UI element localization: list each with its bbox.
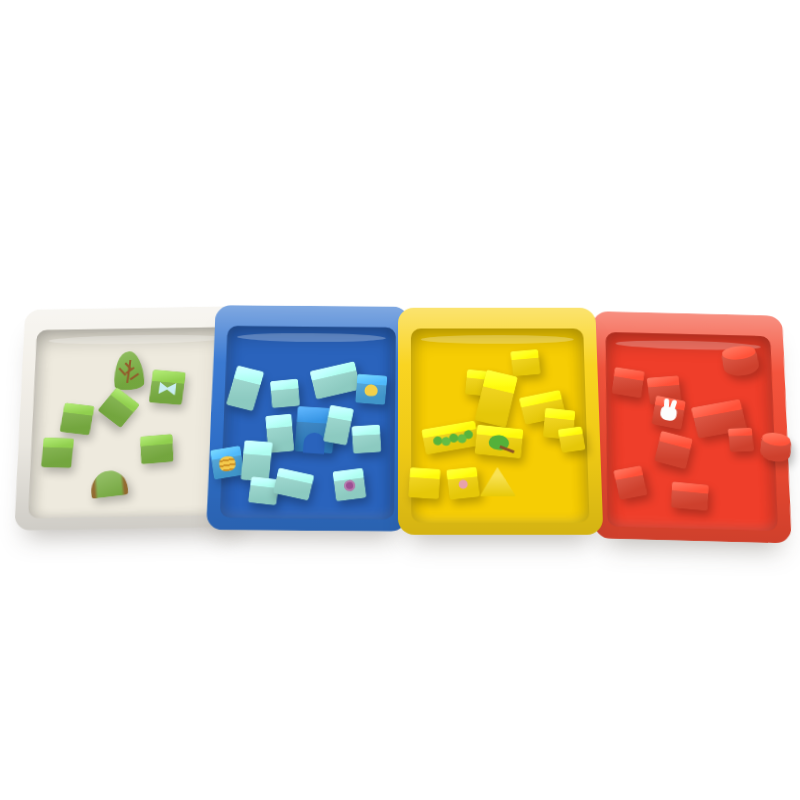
red-rect-2 [671,481,709,510]
green-cube-butterfly [149,369,186,405]
red-cylinder-1 [720,345,761,377]
aqua-cube-2 [351,425,381,454]
caterpillar-decal [432,435,443,445]
rabbit-decal [659,406,677,423]
blue-tray [206,305,409,531]
butterfly-decal [158,381,177,395]
yellow-rect-caterpillar [421,420,479,454]
yellow-cube-face [446,467,480,500]
red-cube-rabbit [651,396,685,431]
aqua-rect-3 [323,405,354,446]
green-half-cylinder [90,468,129,498]
yellow-cube-5 [408,467,440,499]
tree-decal [488,435,509,452]
red-cube-4 [728,428,755,453]
face-decal [458,479,468,489]
yellow-tray-blocks [398,308,603,535]
yellow-tray [398,308,603,535]
red-cylinder-2 [760,432,792,463]
blue-cube-beehive [210,446,244,480]
aqua-rect-5 [240,440,272,482]
yellow-cube-4 [558,426,586,453]
red-cube-5 [614,466,649,501]
veins-decal [126,359,131,382]
green-cube-4 [140,434,174,464]
green-cube-3 [41,438,74,469]
aqua-rect-1 [226,366,265,412]
beehive-decal [218,455,236,472]
berry-decal [344,480,356,492]
yellow-rect-tree [474,425,523,459]
red-tray [593,311,792,543]
red-cube-1 [611,367,644,398]
aqua-rect-6 [273,468,315,501]
yellow-cube-1 [510,349,541,376]
photo-scene [0,0,800,800]
green-cube-2 [59,403,94,436]
aqua-cube-berry [333,468,367,502]
chick-decal [364,385,378,398]
blue-cube-chick [355,374,387,405]
aqua-cube-1 [269,379,299,409]
aqua-rect-2 [310,361,361,400]
red-tray-blocks [593,311,792,543]
green-cube-1 [97,387,139,428]
green-leaf-block [113,350,145,391]
red-cube-3 [654,430,693,469]
tray-row [0,297,800,554]
blue-tray-blocks [206,305,409,531]
yellow-triangle-block [480,466,515,496]
